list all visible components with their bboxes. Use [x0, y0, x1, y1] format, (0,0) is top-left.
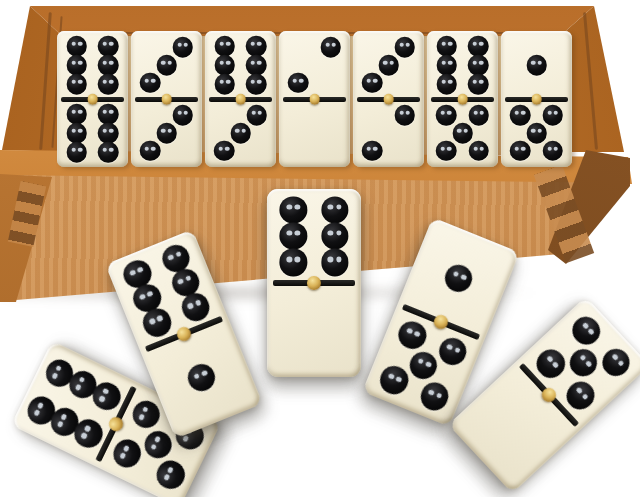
pip [109, 435, 145, 471]
pip [280, 196, 307, 223]
pip [376, 362, 411, 397]
pip [321, 196, 348, 223]
domino-6-0[interactable] [267, 189, 361, 377]
pip [140, 426, 176, 462]
pip [128, 396, 164, 432]
pip [417, 379, 452, 414]
domino-half-bottom-0 [267, 283, 361, 377]
pip [597, 343, 636, 382]
pip [406, 348, 441, 383]
pip [280, 249, 307, 276]
pip [441, 261, 476, 296]
dominoes-photo [0, 0, 640, 497]
pip [184, 360, 219, 395]
pip [321, 249, 348, 276]
pip [280, 222, 307, 249]
pip [153, 457, 189, 493]
pip [321, 222, 348, 249]
pip [564, 344, 603, 383]
pip [435, 333, 470, 368]
hand-tiles [0, 0, 640, 497]
pip [567, 311, 606, 350]
domino-half-top-6 [267, 189, 361, 283]
pip [395, 317, 430, 352]
